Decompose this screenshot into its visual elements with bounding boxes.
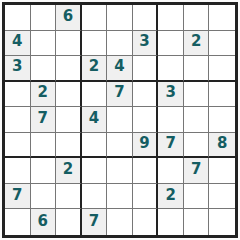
given-digit: 7 (12, 188, 22, 203)
sudoku-cell-r9c5[interactable] (107, 209, 133, 235)
sudoku-cell-r8c5[interactable] (107, 184, 133, 210)
sudoku-cell-r7c3[interactable]: 2 (56, 158, 82, 184)
sudoku-cell-r6c2[interactable] (31, 133, 57, 159)
sudoku-cell-r9c3[interactable] (56, 209, 82, 235)
given-digit: 2 (89, 59, 99, 74)
sudoku-cell-r1c2[interactable] (31, 5, 57, 31)
sudoku-cell-r4c6[interactable] (133, 82, 159, 108)
sudoku-cell-r1c8[interactable] (184, 5, 210, 31)
given-digit: 7 (191, 162, 201, 177)
given-digit: 2 (165, 188, 175, 203)
sudoku-cell-r8c7[interactable]: 2 (158, 184, 184, 210)
sudoku-cell-r8c2[interactable] (31, 184, 57, 210)
sudoku-cell-r2c2[interactable] (31, 31, 57, 57)
given-digit: 3 (165, 85, 175, 100)
sudoku-cell-r5c3[interactable] (56, 107, 82, 133)
sudoku-cell-r9c2[interactable]: 6 (31, 209, 57, 235)
sudoku-cell-r1c7[interactable] (158, 5, 184, 31)
sudoku-cell-r5c7[interactable] (158, 107, 184, 133)
sudoku-cell-r8c6[interactable] (133, 184, 159, 210)
sudoku-cell-r2c1[interactable]: 4 (5, 31, 31, 57)
sudoku-cell-r1c3[interactable]: 6 (56, 5, 82, 31)
given-digit: 7 (114, 85, 124, 100)
given-digit: 8 (217, 136, 227, 151)
sudoku-cell-r9c7[interactable] (158, 209, 184, 235)
given-digit: 3 (12, 59, 22, 74)
given-digit: 7 (38, 111, 48, 126)
sudoku-cell-r7c1[interactable] (5, 158, 31, 184)
sudoku-cell-r3c7[interactable] (158, 56, 184, 82)
given-digit: 2 (63, 162, 73, 177)
sudoku-cell-r7c4[interactable] (82, 158, 108, 184)
sudoku-cell-r1c1[interactable] (5, 5, 31, 31)
sudoku-cell-r6c8[interactable] (184, 133, 210, 159)
sudoku-cell-r6c3[interactable] (56, 133, 82, 159)
sudoku-cell-r7c6[interactable] (133, 158, 159, 184)
sudoku-cell-r4c5[interactable]: 7 (107, 82, 133, 108)
sudoku-cell-r4c1[interactable] (5, 82, 31, 108)
sudoku-cell-r6c1[interactable] (5, 133, 31, 159)
sudoku-cell-r3c4[interactable]: 2 (82, 56, 108, 82)
sudoku-cell-r2c3[interactable] (56, 31, 82, 57)
sudoku-cell-r2c9[interactable] (209, 31, 235, 57)
sudoku-cell-r2c5[interactable] (107, 31, 133, 57)
sudoku-cell-r5c9[interactable] (209, 107, 235, 133)
sudoku-cell-r9c9[interactable] (209, 209, 235, 235)
sudoku-cell-r5c6[interactable] (133, 107, 159, 133)
given-digit: 4 (114, 59, 124, 74)
sudoku-cell-r4c2[interactable]: 2 (31, 82, 57, 108)
sudoku-cell-r8c1[interactable]: 7 (5, 184, 31, 210)
sudoku-cell-r8c9[interactable] (209, 184, 235, 210)
sudoku-cell-r6c7[interactable]: 7 (158, 133, 184, 159)
sudoku-cell-r4c4[interactable] (82, 82, 108, 108)
given-digit: 6 (63, 9, 73, 24)
sudoku-cell-r5c4[interactable]: 4 (82, 107, 108, 133)
given-digit: 4 (89, 111, 99, 126)
sudoku-cell-r4c9[interactable] (209, 82, 235, 108)
sudoku-cell-r4c7[interactable]: 3 (158, 82, 184, 108)
sudoku-cell-r4c3[interactable] (56, 82, 82, 108)
sudoku-board: 643232427374978277267 (2, 2, 238, 238)
sudoku-cell-r3c2[interactable] (31, 56, 57, 82)
sudoku-cell-r9c4[interactable]: 7 (82, 209, 108, 235)
given-digit: 2 (191, 34, 201, 49)
sudoku-cell-r1c5[interactable] (107, 5, 133, 31)
sudoku-cell-r2c6[interactable]: 3 (133, 31, 159, 57)
sudoku-cell-r9c6[interactable] (133, 209, 159, 235)
sudoku-cell-r2c8[interactable]: 2 (184, 31, 210, 57)
sudoku-cell-r7c9[interactable] (209, 158, 235, 184)
sudoku-cell-r3c8[interactable] (184, 56, 210, 82)
sudoku-cell-r6c9[interactable]: 8 (209, 133, 235, 159)
sudoku-cell-r6c6[interactable]: 9 (133, 133, 159, 159)
sudoku-cell-r7c8[interactable]: 7 (184, 158, 210, 184)
sudoku-cell-r6c4[interactable] (82, 133, 108, 159)
sudoku-cell-r9c8[interactable] (184, 209, 210, 235)
sudoku-cell-r2c7[interactable] (158, 31, 184, 57)
sudoku-cell-r4c8[interactable] (184, 82, 210, 108)
given-digit: 9 (139, 136, 149, 151)
given-digit: 6 (38, 214, 48, 229)
sudoku-cell-r1c6[interactable] (133, 5, 159, 31)
sudoku-cell-r5c5[interactable] (107, 107, 133, 133)
given-digit: 3 (139, 34, 149, 49)
given-digit: 7 (89, 214, 99, 229)
sudoku-cell-r9c1[interactable] (5, 209, 31, 235)
sudoku-cell-r5c1[interactable] (5, 107, 31, 133)
sudoku-cell-r8c4[interactable] (82, 184, 108, 210)
sudoku-cell-r5c2[interactable]: 7 (31, 107, 57, 133)
sudoku-cell-r3c3[interactable] (56, 56, 82, 82)
sudoku-cell-r3c6[interactable] (133, 56, 159, 82)
sudoku-cell-r7c7[interactable] (158, 158, 184, 184)
sudoku-cell-r8c8[interactable] (184, 184, 210, 210)
sudoku-cell-r7c2[interactable] (31, 158, 57, 184)
sudoku-cell-r8c3[interactable] (56, 184, 82, 210)
given-digit: 2 (38, 85, 48, 100)
given-digit: 7 (165, 136, 175, 151)
sudoku-app: 643232427374978277267 (0, 0, 240, 240)
sudoku-cell-r7c5[interactable] (107, 158, 133, 184)
sudoku-cell-r3c9[interactable] (209, 56, 235, 82)
sudoku-cell-r5c8[interactable] (184, 107, 210, 133)
given-digit: 4 (12, 34, 22, 49)
sudoku-cell-r1c9[interactable] (209, 5, 235, 31)
sudoku-cell-r3c5[interactable]: 4 (107, 56, 133, 82)
sudoku-cell-r3c1[interactable]: 3 (5, 56, 31, 82)
sudoku-cell-r2c4[interactable] (82, 31, 108, 57)
sudoku-cell-r6c5[interactable] (107, 133, 133, 159)
sudoku-cell-r1c4[interactable] (82, 5, 108, 31)
